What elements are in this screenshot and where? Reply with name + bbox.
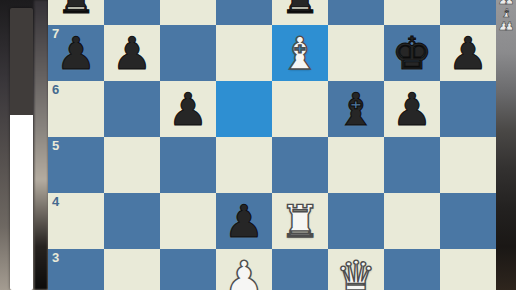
- piece-black-pawn-c6[interactable]: ♟: [160, 81, 216, 137]
- square-d4[interactable]: ♟: [216, 193, 272, 249]
- captured-pieces-tray: ♟♟ ♝ ♟♟: [497, 0, 516, 33]
- square-h4[interactable]: [440, 193, 496, 249]
- square-h3[interactable]: [440, 249, 496, 290]
- square-g3[interactable]: [384, 249, 440, 290]
- square-h7[interactable]: ♟: [440, 25, 496, 81]
- piece-white-rook-e4[interactable]: ♜: [272, 193, 328, 249]
- square-a4[interactable]: 4: [48, 193, 104, 249]
- square-a8[interactable]: 8♜: [48, 0, 104, 25]
- captured-pawns-icon-bottom: ♟♟: [498, 20, 516, 33]
- evaluation-bar: [10, 8, 33, 290]
- square-e5[interactable]: [272, 137, 328, 193]
- piece-black-bishop-f6[interactable]: ♝: [328, 81, 384, 137]
- piece-white-queen-f3[interactable]: ♛: [328, 249, 384, 290]
- square-b5[interactable]: [104, 137, 160, 193]
- piece-black-pawn-d4[interactable]: ♟: [216, 193, 272, 249]
- square-f8[interactable]: [328, 0, 384, 25]
- square-c7[interactable]: [160, 25, 216, 81]
- square-g7[interactable]: ♚: [384, 25, 440, 81]
- square-d5[interactable]: [216, 137, 272, 193]
- piece-black-rook-e8[interactable]: ♜: [272, 0, 328, 25]
- rank-label-6: 6: [52, 83, 59, 96]
- piece-black-king-g7[interactable]: ♚: [384, 25, 440, 81]
- square-d3[interactable]: ♟: [216, 249, 272, 290]
- rank-label-5: 5: [52, 139, 59, 152]
- square-b8[interactable]: [104, 0, 160, 25]
- square-e3[interactable]: [272, 249, 328, 290]
- square-b7[interactable]: ♟: [104, 25, 160, 81]
- square-a6[interactable]: 6: [48, 81, 104, 137]
- square-f6[interactable]: ♝: [328, 81, 384, 137]
- piece-black-pawn-a7[interactable]: ♟: [48, 25, 104, 81]
- square-g5[interactable]: [384, 137, 440, 193]
- square-f5[interactable]: [328, 137, 384, 193]
- square-c6[interactable]: ♟: [160, 81, 216, 137]
- evaluation-bar-white-segment: [10, 115, 33, 290]
- square-b3[interactable]: [104, 249, 160, 290]
- piece-black-pawn-h7[interactable]: ♟: [440, 25, 496, 81]
- evaluation-bar-black-segment: [10, 8, 33, 115]
- rank-label-3: 3: [52, 251, 59, 264]
- background-photo-right: [496, 0, 516, 290]
- square-g8[interactable]: [384, 0, 440, 25]
- square-d8[interactable]: [216, 0, 272, 25]
- square-b4[interactable]: [104, 193, 160, 249]
- square-e4[interactable]: ♜: [272, 193, 328, 249]
- rank-label-4: 4: [52, 195, 59, 208]
- square-f3[interactable]: ♛: [328, 249, 384, 290]
- piece-black-pawn-g6[interactable]: ♟: [384, 81, 440, 137]
- square-a7[interactable]: 7♟: [48, 25, 104, 81]
- piece-white-pawn-d3[interactable]: ♟: [216, 249, 272, 290]
- square-c5[interactable]: [160, 137, 216, 193]
- square-c8[interactable]: [160, 0, 216, 25]
- square-g4[interactable]: [384, 193, 440, 249]
- square-g6[interactable]: ♟: [384, 81, 440, 137]
- piece-black-rook-a8[interactable]: ♜: [48, 0, 104, 25]
- square-c4[interactable]: [160, 193, 216, 249]
- square-d6[interactable]: [216, 81, 272, 137]
- square-e8[interactable]: ♜: [272, 0, 328, 25]
- square-h6[interactable]: [440, 81, 496, 137]
- square-e7[interactable]: ♝: [272, 25, 328, 81]
- chess-board[interactable]: 8♜♜7♟♟♝♚♟6♟♝♟54♟♜3♟♛21: [48, 0, 496, 290]
- piece-white-bishop-e7[interactable]: ♝: [272, 25, 328, 81]
- square-d7[interactable]: [216, 25, 272, 81]
- square-a5[interactable]: 5: [48, 137, 104, 193]
- piece-black-pawn-b7[interactable]: ♟: [104, 25, 160, 81]
- square-b6[interactable]: [104, 81, 160, 137]
- square-f4[interactable]: [328, 193, 384, 249]
- square-e6[interactable]: [272, 81, 328, 137]
- square-h8[interactable]: [440, 0, 496, 25]
- square-f7[interactable]: [328, 25, 384, 81]
- square-c3[interactable]: [160, 249, 216, 290]
- square-h5[interactable]: [440, 137, 496, 193]
- square-a3[interactable]: 3: [48, 249, 104, 290]
- screenshot-canvas: 8♜♜7♟♟♝♚♟6♟♝♟54♟♜3♟♛21 ♟♟ ♝ ♟♟: [0, 0, 516, 290]
